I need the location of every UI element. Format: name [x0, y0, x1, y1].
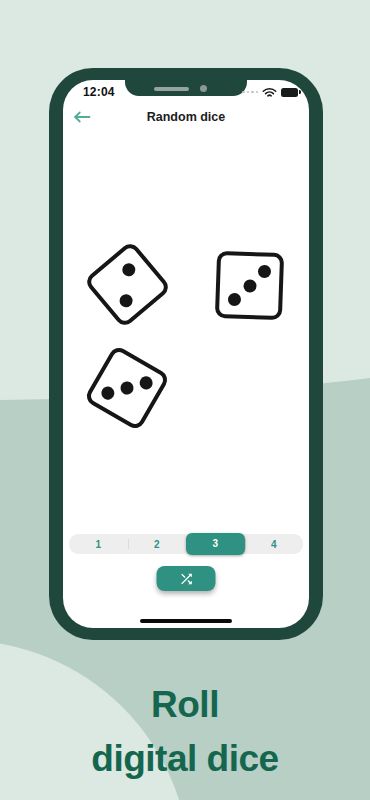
- tagline: Roll digital dice: [0, 678, 370, 786]
- count-option-4[interactable]: 4: [245, 534, 304, 554]
- cellular-signal-icon: [242, 91, 258, 94]
- tagline-line-1: Roll: [0, 678, 370, 732]
- pip: [227, 293, 240, 306]
- phone-mockup: 12:04 Random dice: [49, 68, 323, 640]
- battery-icon: [281, 88, 298, 97]
- status-time: 12:04: [83, 85, 115, 99]
- die-3-value-3: [83, 344, 170, 431]
- count-selector: 1234: [69, 534, 303, 554]
- count-option-1[interactable]: 1: [69, 534, 128, 554]
- pip: [258, 264, 271, 277]
- die-2-value-3: [214, 250, 283, 319]
- home-indicator[interactable]: [140, 619, 232, 624]
- pip: [118, 379, 136, 397]
- page-title: Random dice: [63, 110, 309, 124]
- count-option-3[interactable]: 3: [186, 533, 245, 555]
- pip: [99, 384, 117, 402]
- roll-dice-button[interactable]: [157, 566, 216, 591]
- status-icons: [242, 87, 298, 98]
- app-header: Random dice: [63, 108, 309, 128]
- tagline-line-2: digital dice: [0, 732, 370, 786]
- status-bar: 12:04: [63, 84, 309, 100]
- pip: [116, 290, 134, 308]
- count-option-2[interactable]: 2: [128, 534, 187, 554]
- shuffle-icon: [178, 571, 194, 587]
- pip: [137, 374, 155, 392]
- phone-screen: 12:04 Random dice: [63, 80, 309, 628]
- pip: [242, 278, 255, 291]
- pip: [119, 259, 137, 277]
- wifi-icon: [262, 87, 277, 98]
- die-1-value-2: [83, 240, 172, 329]
